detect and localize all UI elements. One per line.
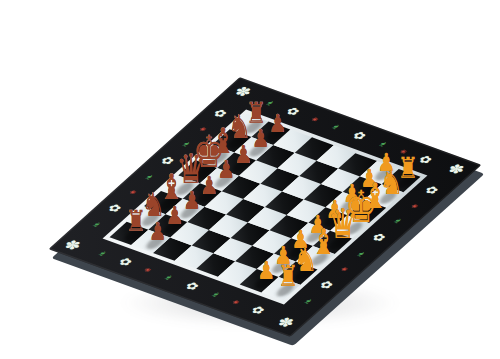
leaf-icon: ❧ <box>329 123 343 131</box>
leaf-icon: ❧ <box>95 249 109 257</box>
flower-icon: ✿ <box>317 279 336 290</box>
leaf-icon: ❧ <box>90 221 104 229</box>
leaf-icon: ❧ <box>376 140 390 148</box>
white-rook: ♜ <box>124 207 147 236</box>
flower-icon: ✿ <box>158 155 177 166</box>
black-rook: ♜ <box>276 262 299 291</box>
flower-icon: ✿ <box>350 130 369 141</box>
bud-icon: ❀ <box>128 189 138 195</box>
corner-flower-icon: ✽ <box>274 315 298 329</box>
flower-icon: ✿ <box>422 185 441 196</box>
flower-icon: ✿ <box>116 257 135 268</box>
flower-icon: ✿ <box>370 232 389 243</box>
bud-icon: ❀ <box>231 299 241 305</box>
bud-icon: ❀ <box>143 267 153 273</box>
bud-icon: ❀ <box>310 117 320 123</box>
bud-icon: ❀ <box>339 266 349 272</box>
white-pawn: ♟ <box>146 219 169 244</box>
corner-flower-icon: ✽ <box>61 238 85 252</box>
flower-icon: ✿ <box>106 203 125 214</box>
leaf-icon: ❧ <box>354 250 368 258</box>
bud-icon: ❀ <box>409 203 419 209</box>
flower-icon: ✿ <box>183 281 202 292</box>
leaf-icon: ❧ <box>301 297 315 305</box>
leaf-icon: ❧ <box>391 217 405 225</box>
leaf-icon: ❧ <box>209 291 223 299</box>
flower-icon: ✿ <box>249 305 268 316</box>
product-photo-stage: ❧✿❀❧✿❧❀✿ ❧✿❀❧✿❧❀✿ ❧✿❀❧✿❧❀✿ ❧✿❀❧✿❧❀✿ ✽ ✽ … <box>0 0 500 359</box>
corner-flower-icon: ✽ <box>445 162 469 176</box>
leaf-icon: ❧ <box>162 274 176 282</box>
leaf-icon: ❧ <box>142 173 156 181</box>
